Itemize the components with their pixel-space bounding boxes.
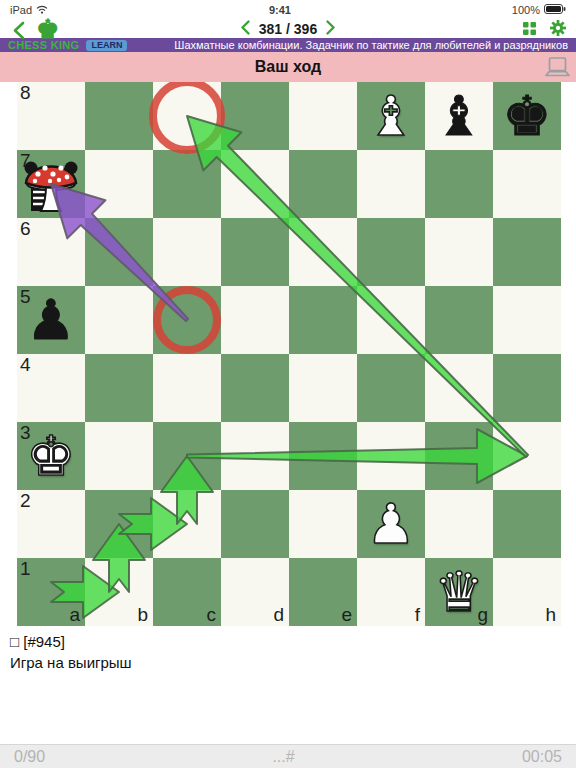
prev-puzzle-button[interactable] bbox=[240, 20, 250, 39]
chess-king-logo-icon[interactable]: ♚ bbox=[36, 16, 59, 42]
nav-bar: ♚ 381 / 396 bbox=[0, 20, 576, 38]
white-king-a3[interactable]: ♚ bbox=[17, 422, 85, 490]
white-bishop-f8[interactable]: ♝ bbox=[357, 82, 425, 150]
clock: 9:41 bbox=[269, 4, 291, 16]
white-pawn-f2[interactable]: ♟ bbox=[357, 490, 425, 558]
move-status-bar: Ваш ход bbox=[0, 52, 576, 82]
mushroom-marker-a7[interactable] bbox=[17, 150, 85, 218]
status-bar: iPad 9:41 100% bbox=[0, 0, 576, 20]
computer-play-icon[interactable] bbox=[544, 57, 571, 82]
battery-icon bbox=[544, 4, 566, 16]
battery-percent: 100% bbox=[512, 4, 540, 16]
pieces-layer: ♝♝♚ ♟♚♟♛ bbox=[17, 82, 561, 626]
puzzle-counter: 381 / 396 bbox=[259, 21, 317, 37]
black-pawn-a5[interactable]: ♟ bbox=[17, 286, 85, 354]
next-puzzle-button[interactable] bbox=[326, 20, 336, 39]
back-button[interactable] bbox=[12, 21, 25, 44]
bottom-status-bar: 0/90 ...# 00:05 bbox=[0, 744, 576, 768]
chess-board: 87654321abcdefgh ♝♝♚ ♟♚♟♛ bbox=[17, 82, 561, 626]
timer: 00:05 bbox=[522, 748, 562, 766]
settings-gear-button[interactable] bbox=[550, 20, 566, 40]
puzzle-info: □ [#945] Игра на выигрыш bbox=[0, 626, 576, 678]
learn-badge: LEARN bbox=[86, 40, 127, 51]
black-bishop-g8[interactable]: ♝ bbox=[425, 82, 493, 150]
score-counter: 0/90 bbox=[14, 748, 45, 766]
brand-bar: CHESS KING LEARN Шахматные комбинации. З… bbox=[0, 38, 576, 52]
grid-view-button[interactable] bbox=[523, 21, 536, 39]
white-queen-g1[interactable]: ♛ bbox=[425, 558, 493, 626]
black-king-h8[interactable]: ♚ bbox=[493, 82, 561, 150]
course-title: Шахматные комбинации. Задачник по тактик… bbox=[174, 39, 568, 51]
puzzle-goal: Игра на выигрыш bbox=[10, 652, 566, 673]
move-status-text: Ваш ход bbox=[255, 58, 321, 76]
device-label: iPad bbox=[10, 4, 32, 16]
moves-indicator: ...# bbox=[272, 748, 294, 766]
puzzle-number: □ [#945] bbox=[10, 631, 566, 652]
